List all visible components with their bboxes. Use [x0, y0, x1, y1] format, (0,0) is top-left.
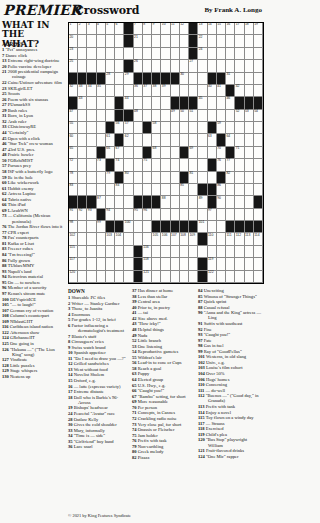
letter-cell[interactable]	[87, 147, 96, 159]
letter-cell[interactable]: 12	[180, 23, 189, 35]
letter-cell[interactable]: 77	[226, 159, 235, 171]
letter-cell[interactable]	[106, 60, 115, 72]
letter-cell[interactable]	[161, 246, 170, 258]
letter-cell[interactable]: 36	[134, 85, 143, 97]
letter-cell[interactable]	[143, 110, 152, 122]
letter-cell[interactable]: 88	[161, 196, 170, 208]
letter-cell[interactable]	[78, 246, 87, 258]
letter-cell[interactable]	[217, 35, 226, 47]
letter-cell[interactable]	[97, 172, 106, 184]
letter-cell[interactable]	[97, 122, 106, 134]
letter-cell[interactable]	[254, 60, 263, 72]
letter-cell[interactable]	[124, 85, 133, 97]
letter-cell[interactable]	[254, 35, 263, 47]
letter-cell[interactable]	[217, 48, 226, 60]
letter-cell[interactable]: 14	[208, 23, 217, 35]
letter-cell[interactable]: 35	[97, 85, 106, 97]
letter-cell[interactable]	[245, 122, 254, 134]
letter-cell[interactable]: 24	[198, 48, 207, 60]
letter-cell[interactable]	[152, 48, 161, 60]
letter-cell[interactable]	[78, 48, 87, 60]
letter-cell[interactable]: 47	[69, 110, 78, 122]
letter-cell[interactable]	[124, 271, 133, 283]
letter-cell[interactable]	[171, 172, 180, 184]
letter-cell[interactable]	[245, 246, 254, 258]
letter-cell[interactable]: 10	[161, 23, 170, 35]
letter-cell[interactable]	[87, 159, 96, 171]
letter-cell[interactable]	[171, 258, 180, 270]
letter-cell[interactable]	[171, 246, 180, 258]
letter-cell[interactable]	[106, 85, 115, 97]
letter-cell[interactable]	[198, 246, 207, 258]
letter-cell[interactable]	[171, 159, 180, 171]
letter-cell[interactable]	[78, 60, 87, 72]
letter-cell[interactable]	[106, 35, 115, 47]
letter-cell[interactable]	[226, 35, 235, 47]
letter-cell[interactable]	[161, 271, 170, 283]
letter-cell[interactable]: 72	[69, 159, 78, 171]
letter-cell[interactable]	[106, 196, 115, 208]
letter-cell[interactable]: 49	[171, 110, 180, 122]
letter-cell[interactable]	[235, 258, 244, 270]
letter-cell[interactable]: 116	[143, 246, 152, 258]
letter-cell[interactable]: 120	[69, 271, 78, 283]
letter-cell[interactable]	[152, 258, 161, 270]
letter-cell[interactable]: 93	[87, 209, 96, 221]
letter-cell[interactable]	[189, 196, 198, 208]
letter-cell[interactable]	[97, 233, 106, 245]
letter-cell[interactable]	[235, 122, 244, 134]
letter-cell[interactable]	[235, 184, 244, 196]
letter-cell[interactable]: 82	[226, 172, 235, 184]
letter-cell[interactable]	[124, 159, 133, 171]
letter-cell[interactable]: 69	[189, 147, 198, 159]
letter-cell[interactable]	[254, 134, 263, 146]
letter-cell[interactable]	[78, 159, 87, 171]
letter-cell[interactable]: 105	[152, 233, 161, 245]
letter-cell[interactable]: 57	[124, 122, 133, 134]
letter-cell[interactable]	[235, 196, 244, 208]
letter-cell[interactable]: 45	[198, 97, 207, 109]
letter-cell[interactable]	[189, 134, 198, 146]
letter-cell[interactable]	[161, 258, 170, 270]
letter-cell[interactable]: 60	[69, 134, 78, 146]
letter-cell[interactable]	[152, 159, 161, 171]
letter-cell[interactable]: 26	[134, 60, 143, 72]
letter-cell[interactable]	[115, 271, 124, 283]
letter-cell[interactable]	[78, 122, 87, 134]
letter-cell[interactable]	[143, 60, 152, 72]
letter-cell[interactable]: 50	[180, 110, 189, 122]
letter-cell[interactable]: 110	[208, 233, 217, 245]
letter-cell[interactable]: 44	[124, 97, 133, 109]
letter-cell[interactable]: 55	[69, 122, 78, 134]
letter-cell[interactable]	[106, 246, 115, 258]
letter-cell[interactable]	[189, 258, 198, 270]
letter-cell[interactable]	[208, 172, 217, 184]
letter-cell[interactable]: 22	[198, 35, 207, 47]
letter-cell[interactable]: 34	[87, 85, 96, 97]
letter-cell[interactable]: 64	[226, 134, 235, 146]
letter-cell[interactable]	[171, 196, 180, 208]
letter-cell[interactable]	[226, 271, 235, 283]
letter-cell[interactable]	[189, 209, 198, 221]
letter-cell[interactable]	[208, 35, 217, 47]
letter-cell[interactable]	[143, 35, 152, 47]
letter-cell[interactable]	[254, 258, 263, 270]
letter-cell[interactable]: 97	[208, 209, 217, 221]
letter-cell[interactable]: 58	[152, 122, 161, 134]
letter-cell[interactable]	[171, 60, 180, 72]
letter-cell[interactable]	[235, 35, 244, 47]
letter-cell[interactable]	[226, 258, 235, 270]
letter-cell[interactable]	[198, 60, 207, 72]
letter-cell[interactable]: 43	[78, 97, 87, 109]
letter-cell[interactable]: 87	[97, 196, 106, 208]
letter-cell[interactable]: 21	[134, 35, 143, 47]
letter-cell[interactable]	[78, 35, 87, 47]
letter-cell[interactable]: 53	[245, 110, 254, 122]
letter-cell[interactable]: 56	[115, 122, 124, 134]
letter-cell[interactable]: 31	[226, 73, 235, 85]
letter-cell[interactable]	[226, 196, 235, 208]
letter-cell[interactable]	[78, 233, 87, 245]
letter-cell[interactable]	[245, 48, 254, 60]
letter-cell[interactable]	[198, 110, 207, 122]
letter-cell[interactable]: 52	[235, 110, 244, 122]
letter-cell[interactable]: 62	[124, 134, 133, 146]
letter-cell[interactable]	[171, 48, 180, 60]
letter-cell[interactable]: 90	[217, 196, 226, 208]
letter-cell[interactable]	[124, 246, 133, 258]
letter-cell[interactable]	[161, 110, 170, 122]
letter-cell[interactable]	[134, 184, 143, 196]
letter-cell[interactable]	[245, 159, 254, 171]
letter-cell[interactable]	[254, 73, 263, 85]
letter-cell[interactable]	[198, 122, 207, 134]
letter-cell[interactable]: 27	[189, 60, 198, 72]
letter-cell[interactable]: 91	[69, 209, 78, 221]
letter-cell[interactable]	[180, 209, 189, 221]
letter-cell[interactable]: 19	[254, 23, 263, 35]
letter-cell[interactable]: 118	[143, 258, 152, 270]
letter-cell[interactable]	[134, 159, 143, 171]
letter-cell[interactable]	[152, 246, 161, 258]
letter-cell[interactable]	[134, 172, 143, 184]
letter-cell[interactable]	[171, 184, 180, 196]
letter-cell[interactable]	[217, 258, 226, 270]
letter-cell[interactable]	[78, 134, 87, 146]
letter-cell[interactable]: 38	[152, 85, 161, 97]
letter-cell[interactable]: 25	[69, 60, 78, 72]
letter-cell[interactable]	[180, 85, 189, 97]
letter-cell[interactable]: 83	[69, 184, 78, 196]
letter-cell[interactable]	[115, 85, 124, 97]
letter-cell[interactable]	[198, 147, 207, 159]
letter-cell[interactable]	[226, 184, 235, 196]
letter-cell[interactable]	[115, 246, 124, 258]
letter-cell[interactable]	[171, 209, 180, 221]
letter-cell[interactable]	[161, 122, 170, 134]
letter-cell[interactable]	[198, 85, 207, 97]
letter-cell[interactable]: 15	[217, 23, 226, 35]
letter-cell[interactable]	[124, 233, 133, 245]
letter-cell[interactable]	[97, 97, 106, 109]
letter-cell[interactable]	[152, 271, 161, 283]
letter-cell[interactable]: 112	[235, 233, 244, 245]
letter-cell[interactable]	[143, 233, 152, 245]
letter-cell[interactable]	[217, 209, 226, 221]
letter-cell[interactable]	[171, 134, 180, 146]
letter-cell[interactable]: 71	[235, 147, 244, 159]
letter-cell[interactable]	[134, 134, 143, 146]
letter-cell[interactable]: 65	[69, 147, 78, 159]
letter-cell[interactable]: 30	[180, 73, 189, 85]
letter-cell[interactable]: 122	[208, 271, 217, 283]
letter-cell[interactable]	[143, 184, 152, 196]
letter-cell[interactable]: 32	[69, 85, 78, 97]
letter-cell[interactable]: 42	[235, 85, 244, 97]
letter-cell[interactable]	[226, 122, 235, 134]
letter-cell[interactable]	[226, 209, 235, 221]
letter-cell[interactable]: 54	[254, 110, 263, 122]
letter-cell[interactable]: 86	[217, 184, 226, 196]
letter-cell[interactable]	[87, 134, 96, 146]
letter-cell[interactable]	[152, 134, 161, 146]
letter-cell[interactable]: 98	[69, 221, 78, 233]
letter-cell[interactable]	[245, 134, 254, 146]
letter-cell[interactable]	[189, 85, 198, 97]
letter-cell[interactable]: 95	[134, 209, 143, 221]
letter-cell[interactable]	[152, 209, 161, 221]
letter-cell[interactable]	[217, 233, 226, 245]
letter-cell[interactable]: 61	[106, 134, 115, 146]
letter-cell[interactable]	[87, 246, 96, 258]
letter-cell[interactable]	[180, 35, 189, 47]
letter-cell[interactable]	[245, 85, 254, 97]
letter-cell[interactable]	[235, 209, 244, 221]
letter-cell[interactable]: 108	[180, 233, 189, 245]
letter-cell[interactable]	[198, 134, 207, 146]
letter-cell[interactable]	[180, 48, 189, 60]
letter-cell[interactable]	[235, 271, 244, 283]
letter-cell[interactable]	[134, 147, 143, 159]
letter-cell[interactable]	[226, 110, 235, 122]
letter-cell[interactable]: 80	[124, 172, 133, 184]
letter-cell[interactable]: 79	[106, 172, 115, 184]
letter-cell[interactable]: 111	[226, 233, 235, 245]
letter-cell[interactable]	[115, 48, 124, 60]
letter-cell[interactable]	[189, 159, 198, 171]
letter-cell[interactable]	[161, 97, 170, 109]
letter-cell[interactable]: 59	[217, 122, 226, 134]
letter-cell[interactable]	[161, 172, 170, 184]
letter-cell[interactable]: 2	[78, 23, 87, 35]
letter-cell[interactable]	[106, 271, 115, 283]
letter-cell[interactable]: 101	[198, 221, 207, 233]
letter-cell[interactable]	[254, 184, 263, 196]
letter-cell[interactable]: 46	[226, 97, 235, 109]
letter-cell[interactable]	[87, 97, 96, 109]
letter-cell[interactable]	[254, 122, 263, 134]
letter-cell[interactable]	[245, 209, 254, 221]
letter-cell[interactable]	[208, 97, 217, 109]
letter-cell[interactable]	[245, 172, 254, 184]
letter-cell[interactable]: 29	[124, 73, 133, 85]
letter-cell[interactable]	[87, 221, 96, 233]
letter-cell[interactable]: 75	[143, 159, 152, 171]
letter-cell[interactable]	[115, 35, 124, 47]
letter-cell[interactable]	[78, 271, 87, 283]
letter-cell[interactable]: 109	[189, 233, 198, 245]
letter-cell[interactable]	[115, 196, 124, 208]
letter-cell[interactable]	[254, 209, 263, 221]
letter-cell[interactable]: 121	[143, 271, 152, 283]
letter-cell[interactable]	[106, 48, 115, 60]
letter-cell[interactable]: 104	[115, 233, 124, 245]
letter-cell[interactable]	[235, 48, 244, 60]
letter-cell[interactable]	[106, 97, 115, 109]
letter-cell[interactable]	[235, 172, 244, 184]
letter-cell[interactable]: 7	[134, 23, 143, 35]
letter-cell[interactable]	[134, 233, 143, 245]
letter-cell[interactable]	[124, 209, 133, 221]
letter-cell[interactable]	[226, 48, 235, 60]
letter-cell[interactable]: 102	[69, 233, 78, 245]
letter-cell[interactable]	[217, 246, 226, 258]
letter-cell[interactable]	[235, 60, 244, 72]
letter-cell[interactable]	[245, 196, 254, 208]
letter-cell[interactable]	[180, 196, 189, 208]
letter-cell[interactable]	[198, 159, 207, 171]
letter-cell[interactable]	[161, 147, 170, 159]
letter-cell[interactable]	[217, 271, 226, 283]
letter-cell[interactable]	[254, 246, 263, 258]
letter-cell[interactable]	[217, 110, 226, 122]
letter-cell[interactable]	[143, 221, 152, 233]
letter-cell[interactable]: 100	[124, 221, 133, 233]
letter-cell[interactable]	[254, 172, 263, 184]
letter-cell[interactable]: 81	[189, 172, 198, 184]
letter-cell[interactable]	[97, 60, 106, 72]
letter-cell[interactable]	[189, 73, 198, 85]
letter-cell[interactable]: 11	[171, 23, 180, 35]
letter-cell[interactable]	[245, 60, 254, 72]
letter-cell[interactable]	[208, 221, 217, 233]
letter-cell[interactable]	[87, 35, 96, 47]
letter-cell[interactable]	[161, 35, 170, 47]
letter-cell[interactable]	[254, 85, 263, 97]
letter-cell[interactable]	[208, 147, 217, 159]
letter-cell[interactable]	[134, 97, 143, 109]
letter-cell[interactable]: 113	[245, 233, 254, 245]
letter-cell[interactable]	[97, 134, 106, 146]
letter-cell[interactable]: 9	[152, 23, 161, 35]
letter-cell[interactable]	[161, 48, 170, 60]
letter-cell[interactable]	[208, 48, 217, 60]
letter-cell[interactable]: 17	[235, 23, 244, 35]
letter-cell[interactable]	[161, 159, 170, 171]
letter-cell[interactable]	[171, 147, 180, 159]
letter-cell[interactable]	[152, 184, 161, 196]
letter-cell[interactable]	[180, 258, 189, 270]
letter-cell[interactable]: 84	[115, 184, 124, 196]
letter-cell[interactable]: 78	[69, 172, 78, 184]
letter-cell[interactable]: 20	[69, 35, 78, 47]
letter-cell[interactable]	[245, 35, 254, 47]
letter-cell[interactable]	[161, 209, 170, 221]
letter-cell[interactable]	[161, 184, 170, 196]
letter-cell[interactable]	[143, 48, 152, 60]
letter-cell[interactable]	[254, 147, 263, 159]
letter-cell[interactable]	[106, 110, 115, 122]
letter-cell[interactable]	[189, 271, 198, 283]
letter-cell[interactable]	[115, 258, 124, 270]
letter-cell[interactable]: 119	[208, 258, 217, 270]
letter-cell[interactable]	[78, 221, 87, 233]
letter-cell[interactable]: 40	[208, 85, 217, 97]
letter-cell[interactable]	[134, 221, 143, 233]
letter-cell[interactable]	[180, 246, 189, 258]
letter-cell[interactable]	[208, 60, 217, 72]
letter-cell[interactable]: 3	[87, 23, 96, 35]
letter-cell[interactable]: 92	[78, 209, 87, 221]
letter-cell[interactable]	[208, 246, 217, 258]
letter-cell[interactable]: 5	[106, 23, 115, 35]
letter-cell[interactable]: 1	[69, 23, 78, 35]
letter-cell[interactable]: 99	[97, 221, 106, 233]
letter-cell[interactable]: 85	[180, 184, 189, 196]
letter-cell[interactable]	[171, 271, 180, 283]
letter-cell[interactable]	[235, 159, 244, 171]
letter-cell[interactable]	[208, 110, 217, 122]
letter-cell[interactable]	[254, 159, 263, 171]
letter-cell[interactable]	[226, 246, 235, 258]
letter-cell[interactable]	[171, 122, 180, 134]
letter-cell[interactable]	[97, 184, 106, 196]
letter-cell[interactable]	[87, 48, 96, 60]
letter-cell[interactable]: 6	[115, 23, 124, 35]
letter-cell[interactable]	[171, 85, 180, 97]
letter-cell[interactable]: 89	[198, 196, 207, 208]
letter-cell[interactable]	[97, 246, 106, 258]
letter-cell[interactable]: 23	[69, 48, 78, 60]
letter-cell[interactable]: 4	[97, 23, 106, 35]
letter-cell[interactable]	[235, 246, 244, 258]
letter-cell[interactable]	[226, 60, 235, 72]
letter-cell[interactable]	[189, 246, 198, 258]
letter-cell[interactable]	[87, 60, 96, 72]
letter-cell[interactable]	[78, 184, 87, 196]
letter-cell[interactable]	[189, 122, 198, 134]
letter-cell[interactable]	[189, 184, 198, 196]
letter-cell[interactable]	[97, 35, 106, 47]
letter-cell[interactable]	[152, 110, 161, 122]
letter-cell[interactable]	[143, 134, 152, 146]
letter-cell[interactable]	[245, 147, 254, 159]
letter-cell[interactable]	[87, 172, 96, 184]
letter-cell[interactable]	[217, 60, 226, 72]
crossword-grid[interactable]: 1234567891011121314151617181920212223242…	[68, 22, 264, 284]
letter-cell[interactable]	[134, 48, 143, 60]
letter-cell[interactable]	[180, 159, 189, 171]
letter-cell[interactable]	[115, 60, 124, 72]
letter-cell[interactable]	[78, 258, 87, 270]
letter-cell[interactable]	[235, 73, 244, 85]
letter-cell[interactable]: 103	[106, 233, 115, 245]
letter-cell[interactable]	[171, 35, 180, 47]
letter-cell[interactable]	[87, 233, 96, 245]
